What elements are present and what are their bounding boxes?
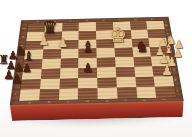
piece-black-knight-g5[interactable]: ♞	[135, 40, 148, 55]
piece-black-pawn-d3[interactable]: ♟	[83, 62, 94, 74]
piece-black-bishop-d5[interactable]: ♝	[81, 40, 94, 55]
piece-white-pawn-b5[interactable]: ♟	[58, 37, 69, 49]
piece-white-king-f6[interactable]: ♚	[109, 25, 127, 45]
pieces-layer: ♛♟♟♝♚♞♟♜♟♞♝♟♟♟♟♟♟♞♟♟♝♟♟♟♟	[0, 0, 192, 137]
piece-black-pawn-captured[interactable]: ♟	[22, 63, 32, 74]
piece-white-pawn-a6[interactable]: ♟	[39, 35, 50, 47]
piece-white-pawn-captured[interactable]: ♟	[161, 64, 173, 77]
chess-set-photo: abcdefgh abcdefgh 87654321 87654321 ♛♟♟♝…	[0, 0, 192, 137]
piece-black-pawn-captured[interactable]: ♟	[12, 73, 23, 85]
piece-black-bishop-captured[interactable]: ♝	[24, 50, 35, 62]
